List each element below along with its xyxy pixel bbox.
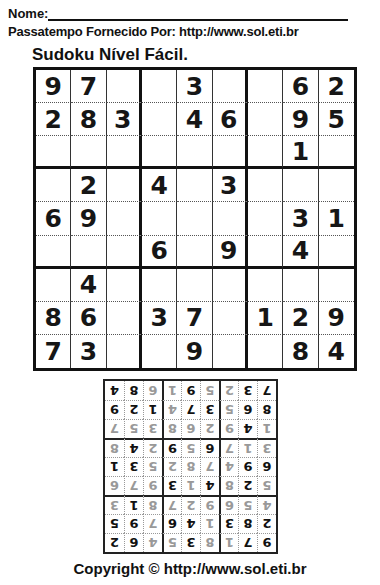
puzzle-cell-r9c2: 3	[71, 335, 106, 368]
solution-cell-r2c7: 7	[143, 514, 162, 533]
provider-line: Passatempo Fornecido Por: http://www.sol…	[8, 24, 372, 39]
solution-cell-r6c6: 9	[162, 438, 181, 457]
puzzle-cell-r7c2: 4	[71, 269, 106, 302]
solution-cell-r6c1: 3	[257, 438, 276, 457]
puzzle-cell-r7c6[interactable]	[213, 269, 248, 302]
solution-cell-r9c3: 2	[219, 381, 238, 400]
solution-cell-r2c5: 4	[181, 514, 200, 533]
puzzle-cell-r3c9[interactable]	[319, 136, 354, 169]
solution-cell-r2c4: 1	[200, 514, 219, 533]
solution-cell-r2c8: 9	[124, 514, 143, 533]
puzzle-cell-r3c7[interactable]	[248, 136, 283, 169]
puzzle-cell-r9c3[interactable]	[107, 335, 142, 368]
solution-cell-r4c6: 3	[162, 476, 181, 495]
puzzle-cell-r4c5[interactable]	[177, 169, 212, 202]
solution-cell-r3c1: 4	[257, 495, 276, 514]
solution-cell-r4c8: 7	[124, 476, 143, 495]
solution-cell-r4c4: 4	[200, 476, 219, 495]
puzzle-cell-r2c4[interactable]	[142, 103, 177, 136]
puzzle-cell-r1c1: 9	[36, 70, 71, 103]
puzzle-cell-r5c8: 3	[283, 202, 318, 235]
puzzle-cell-r1c7[interactable]	[248, 70, 283, 103]
solution-cell-r1c6: 5	[162, 533, 181, 552]
solution-wrap: 9718354622831467954569278135284139766947…	[103, 379, 278, 554]
puzzle-cell-r5c7[interactable]	[248, 202, 283, 235]
solution-cell-r7c1: 1	[257, 419, 276, 438]
solution-cell-r1c3: 1	[219, 533, 238, 552]
puzzle-cell-r3c4[interactable]	[142, 136, 177, 169]
solution-cell-r7c6: 8	[162, 419, 181, 438]
solution-cell-r6c2: 1	[238, 438, 257, 457]
solution-cell-r2c6: 6	[162, 514, 181, 533]
puzzle-cell-r9c9: 4	[319, 335, 354, 368]
puzzle-cell-r6c5[interactable]	[177, 236, 212, 269]
puzzle-cell-r9c8: 8	[283, 335, 318, 368]
puzzle-cell-r4c2: 2	[71, 169, 106, 202]
puzzle-cell-r6c8: 4	[283, 236, 318, 269]
solution-cell-r5c1: 6	[257, 457, 276, 476]
puzzle-cell-r6c2[interactable]	[71, 236, 106, 269]
puzzle-cell-r2c1: 2	[36, 103, 71, 136]
solution-cell-r4c9: 6	[105, 476, 124, 495]
puzzle-cell-r9c7[interactable]	[248, 335, 283, 368]
name-blank-line	[48, 7, 348, 21]
sudoku-puzzle-grid: 973622834695124369316944863712973984	[33, 67, 357, 371]
solution-cell-r1c9: 2	[105, 533, 124, 552]
puzzle-cell-r7c4[interactable]	[142, 269, 177, 302]
name-row: Nome:	[8, 4, 372, 21]
solution-cell-r7c4: 2	[200, 419, 219, 438]
sudoku-solution-grid-upside-down: 9718354622831467954569278135284139766947…	[103, 379, 278, 554]
solution-cell-r3c8: 1	[124, 495, 143, 514]
solution-cell-r8c8: 2	[124, 400, 143, 419]
solution-cell-r4c3: 8	[219, 476, 238, 495]
solution-cell-r5c4: 7	[200, 457, 219, 476]
solution-cell-r5c8: 3	[124, 457, 143, 476]
puzzle-cell-r1c3[interactable]	[107, 70, 142, 103]
solution-cell-r4c2: 2	[238, 476, 257, 495]
solution-cell-r4c1: 5	[257, 476, 276, 495]
puzzle-cell-r1c4[interactable]	[142, 70, 177, 103]
solution-cell-r1c7: 4	[143, 533, 162, 552]
puzzle-cell-r2c6: 6	[213, 103, 248, 136]
solution-cell-r7c8: 5	[124, 419, 143, 438]
puzzle-cell-r7c3[interactable]	[107, 269, 142, 302]
puzzle-cell-r3c5[interactable]	[177, 136, 212, 169]
puzzle-cell-r1c2: 7	[71, 70, 106, 103]
puzzle-cell-r8c2: 6	[71, 302, 106, 335]
puzzle-cell-r9c1: 7	[36, 335, 71, 368]
solution-cell-r1c2: 7	[238, 533, 257, 552]
solution-cell-r7c7: 3	[143, 419, 162, 438]
puzzle-cell-r5c1: 6	[36, 202, 71, 235]
solution-cell-r3c7: 8	[143, 495, 162, 514]
solution-cell-r6c7: 2	[143, 438, 162, 457]
puzzle-cell-r8c4: 3	[142, 302, 177, 335]
puzzle-cell-r5c4[interactable]	[142, 202, 177, 235]
solution-cell-r5c3: 4	[219, 457, 238, 476]
solution-cell-r7c9: 7	[105, 419, 124, 438]
puzzle-cell-r1c6[interactable]	[213, 70, 248, 103]
puzzle-cell-r2c9: 5	[319, 103, 354, 136]
solution-cell-r3c4: 9	[200, 495, 219, 514]
puzzle-cell-r8c7: 1	[248, 302, 283, 335]
solution-cell-r8c4: 3	[200, 400, 219, 419]
solution-cell-r8c9: 9	[105, 400, 124, 419]
puzzle-cell-r8c5: 7	[177, 302, 212, 335]
solution-cell-r2c9: 5	[105, 514, 124, 533]
copyright-line: Copyright © http://www.sol.eti.br	[0, 560, 380, 577]
puzzle-cell-r4c6: 3	[213, 169, 248, 202]
puzzle-cell-r4c1[interactable]	[36, 169, 71, 202]
solution-cell-r4c5: 1	[181, 476, 200, 495]
solution-cell-r6c5: 5	[181, 438, 200, 457]
puzzle-cell-r8c8: 2	[283, 302, 318, 335]
solution-cell-r7c3: 9	[219, 419, 238, 438]
puzzle-cell-r2c2: 8	[71, 103, 106, 136]
solution-cell-r1c1: 9	[257, 533, 276, 552]
puzzle-cell-r7c5[interactable]	[177, 269, 212, 302]
puzzle-cell-r4c4: 4	[142, 169, 177, 202]
solution-cell-r6c9: 8	[105, 438, 124, 457]
puzzle-cell-r8c3[interactable]	[107, 302, 142, 335]
solution-cell-r3c6: 7	[162, 495, 181, 514]
solution-cell-r2c2: 8	[238, 514, 257, 533]
puzzle-cell-r3c2[interactable]	[71, 136, 106, 169]
solution-cell-r5c6: 2	[162, 457, 181, 476]
solution-cell-r8c2: 6	[238, 400, 257, 419]
puzzle-cell-r9c5: 9	[177, 335, 212, 368]
puzzle-cell-r6c3[interactable]	[107, 236, 142, 269]
puzzle-cell-r3c6[interactable]	[213, 136, 248, 169]
solution-cell-r9c8: 8	[124, 381, 143, 400]
solution-cell-r5c5: 8	[181, 457, 200, 476]
puzzle-cell-r5c6[interactable]	[213, 202, 248, 235]
puzzle-cell-r5c5[interactable]	[177, 202, 212, 235]
solution-cell-r2c3: 3	[219, 514, 238, 533]
puzzle-cell-r2c5: 4	[177, 103, 212, 136]
puzzle-cell-r1c8: 6	[283, 70, 318, 103]
puzzle-cell-r6c9[interactable]	[319, 236, 354, 269]
puzzle-cell-r5c2: 9	[71, 202, 106, 235]
puzzle-cell-r7c1[interactable]	[36, 269, 71, 302]
solution-cell-r9c1: 7	[257, 381, 276, 400]
solution-cell-r8c1: 8	[257, 400, 276, 419]
solution-cell-r5c9: 1	[105, 457, 124, 476]
solution-cell-r9c4: 5	[200, 381, 219, 400]
solution-cell-r9c5: 9	[181, 381, 200, 400]
solution-cell-r3c2: 5	[238, 495, 257, 514]
puzzle-cell-r4c7[interactable]	[248, 169, 283, 202]
puzzle-cell-r8c1: 8	[36, 302, 71, 335]
puzzle-cell-r1c5: 3	[177, 70, 212, 103]
solution-cell-r2c1: 2	[257, 514, 276, 533]
solution-cell-r6c4: 6	[200, 438, 219, 457]
puzzle-cell-r2c8: 9	[283, 103, 318, 136]
puzzle-cell-r6c6: 9	[213, 236, 248, 269]
puzzle-cell-r6c7[interactable]	[248, 236, 283, 269]
solution-cell-r4c7: 9	[143, 476, 162, 495]
puzzle-cell-r4c9[interactable]	[319, 169, 354, 202]
solution-cell-r6c3: 7	[219, 438, 238, 457]
name-label: Nome:	[8, 6, 48, 21]
puzzle-cell-r2c3: 3	[107, 103, 142, 136]
solution-cell-r8c6: 4	[162, 400, 181, 419]
puzzle-cell-r7c8[interactable]	[283, 269, 318, 302]
puzzle-cell-r3c8: 1	[283, 136, 318, 169]
puzzle-cell-r2c7[interactable]	[248, 103, 283, 136]
puzzle-cell-r1c9: 2	[319, 70, 354, 103]
solution-cell-r3c5: 2	[181, 495, 200, 514]
puzzle-cell-r9c6[interactable]	[213, 335, 248, 368]
puzzle-cell-r3c1[interactable]	[36, 136, 71, 169]
solution-cell-r3c9: 3	[105, 495, 124, 514]
puzzle-cell-r8c9: 9	[319, 302, 354, 335]
solution-cell-r1c8: 6	[124, 533, 143, 552]
solution-cell-r3c3: 6	[219, 495, 238, 514]
puzzle-cell-r4c3[interactable]	[107, 169, 142, 202]
solution-cell-r8c5: 7	[181, 400, 200, 419]
solution-cell-r9c7: 6	[143, 381, 162, 400]
solution-cell-r1c5: 3	[181, 533, 200, 552]
page-title: Sudoku Nível Fácil.	[32, 45, 372, 65]
solution-cell-r8c7: 1	[143, 400, 162, 419]
solution-cell-r8c3: 5	[219, 400, 238, 419]
puzzle-cell-r6c1[interactable]	[36, 236, 71, 269]
solution-cell-r7c5: 6	[181, 419, 200, 438]
puzzle-cell-r7c9[interactable]	[319, 269, 354, 302]
puzzle-cell-r5c3[interactable]	[107, 202, 142, 235]
solution-cell-r9c9: 4	[105, 381, 124, 400]
solution-cell-r7c2: 4	[238, 419, 257, 438]
puzzle-cell-r8c6[interactable]	[213, 302, 248, 335]
puzzle-cell-r3c3[interactable]	[107, 136, 142, 169]
puzzle-cell-r7c7[interactable]	[248, 269, 283, 302]
solution-cell-r9c6: 1	[162, 381, 181, 400]
solution-cell-r9c2: 3	[238, 381, 257, 400]
solution-cell-r5c2: 9	[238, 457, 257, 476]
puzzle-cell-r4c8[interactable]	[283, 169, 318, 202]
puzzle-cell-r6c4: 6	[142, 236, 177, 269]
puzzle-cell-r5c9: 1	[319, 202, 354, 235]
worksheet-page: Nome: Passatempo Fornecido Por: http://w…	[0, 0, 380, 585]
solution-cell-r5c7: 5	[143, 457, 162, 476]
solution-cell-r1c4: 8	[200, 533, 219, 552]
solution-cell-r6c8: 4	[124, 438, 143, 457]
puzzle-cell-r9c4[interactable]	[142, 335, 177, 368]
